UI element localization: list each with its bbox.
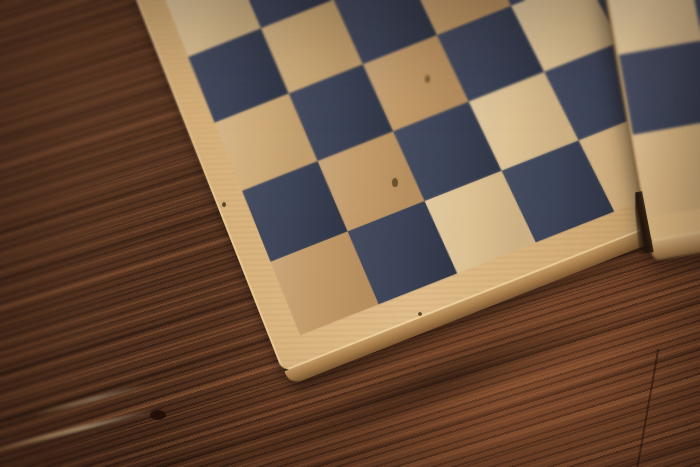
wood-knot [425, 75, 430, 83]
board-square [619, 40, 700, 135]
rail-speck [418, 312, 422, 316]
rail-speck [222, 202, 226, 207]
photo-scene [0, 0, 700, 467]
wood-knot [392, 178, 398, 187]
table-knot [150, 410, 166, 420]
